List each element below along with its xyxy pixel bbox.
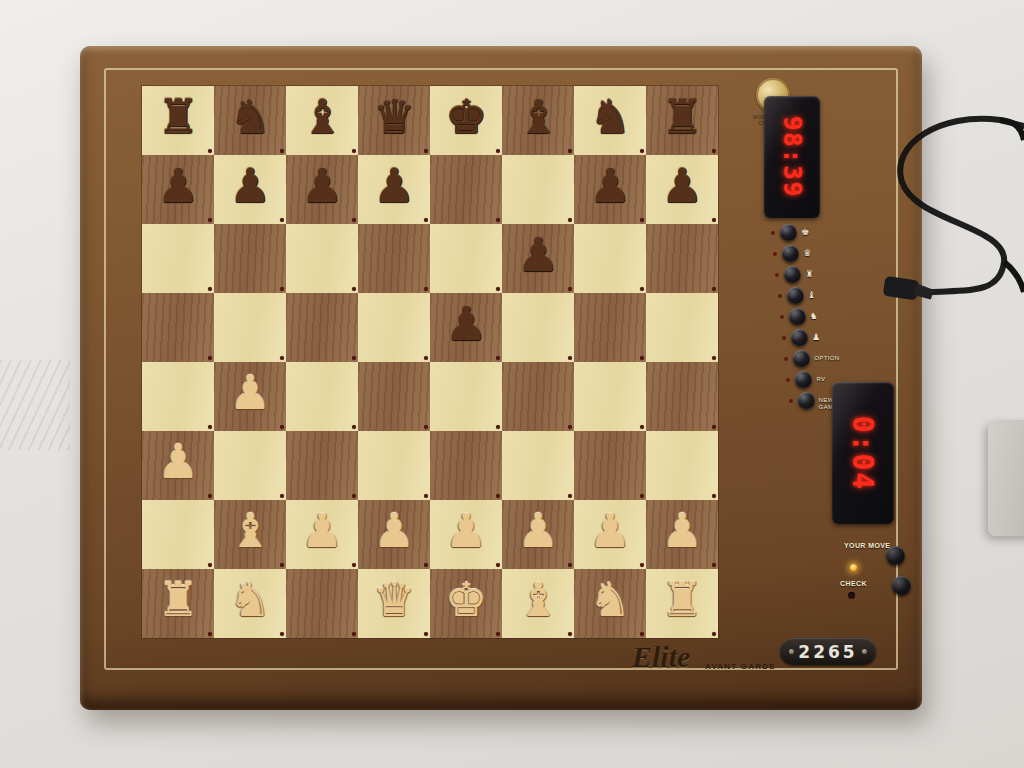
- black-piece-d8[interactable]: ♛: [373, 93, 415, 140]
- square-c8[interactable]: ♝: [286, 86, 358, 155]
- black-piece-b8[interactable]: ♞: [229, 93, 271, 140]
- square-b8[interactable]: ♞: [214, 86, 286, 155]
- square-d3[interactable]: [358, 431, 430, 500]
- square-d4[interactable]: [358, 362, 430, 431]
- square-g4[interactable]: [574, 362, 646, 431]
- button-led: [789, 399, 793, 403]
- square-b4[interactable]: ♟: [214, 362, 286, 431]
- square-g5[interactable]: [574, 293, 646, 362]
- square-f4[interactable]: [502, 362, 574, 431]
- square-f7[interactable]: [502, 155, 574, 224]
- square-e8[interactable]: ♚: [430, 86, 502, 155]
- black-piece-h8[interactable]: ♜: [661, 93, 703, 140]
- square-b1[interactable]: ♞: [214, 569, 286, 638]
- square-h7[interactable]: ♟: [646, 155, 718, 224]
- square-c5[interactable]: [286, 293, 358, 362]
- square-b6[interactable]: [214, 224, 286, 293]
- black-clock-digits: 98:39: [778, 116, 806, 198]
- button-led: [771, 231, 775, 235]
- white-piece-b4[interactable]: ♟: [229, 369, 271, 416]
- white-piece-h2[interactable]: ♟: [661, 507, 703, 554]
- square-d5[interactable]: [358, 293, 430, 362]
- square-b3[interactable]: [214, 431, 286, 500]
- square-e4[interactable]: [430, 362, 502, 431]
- panel-button-option[interactable]: [793, 350, 810, 367]
- square-a2[interactable]: [142, 500, 214, 569]
- white-piece-b1[interactable]: ♞: [229, 576, 271, 623]
- panel-button-label: ♞: [810, 313, 824, 320]
- model-number: 2265: [798, 642, 857, 662]
- panel-button-label: ♜: [805, 271, 819, 278]
- square-c4[interactable]: [286, 362, 358, 431]
- square-e5[interactable]: ♟: [430, 293, 502, 362]
- your-move-label: YOUR MOVE: [844, 542, 890, 550]
- square-h6[interactable]: [646, 224, 718, 293]
- square-g6[interactable]: [574, 224, 646, 293]
- square-d2[interactable]: ♟: [358, 500, 430, 569]
- white-piece-c2[interactable]: ♟: [301, 507, 343, 554]
- square-d8[interactable]: ♛: [358, 86, 430, 155]
- black-piece-d7[interactable]: ♟: [373, 162, 415, 209]
- square-f2[interactable]: ♟: [502, 500, 574, 569]
- white-piece-a3[interactable]: ♟: [157, 438, 199, 485]
- square-c2[interactable]: ♟: [286, 500, 358, 569]
- black-piece-e8[interactable]: ♚: [445, 93, 487, 140]
- box-on-table: [988, 420, 1024, 536]
- square-b7[interactable]: ♟: [214, 155, 286, 224]
- board: ♜♞♝♛♚♝♞♜♟♟♟♟♟♟♟♟♟♟♝♟♟♟♟♟♟♜♞♛♚♝♞♜: [142, 86, 718, 638]
- square-e7[interactable]: [430, 155, 502, 224]
- square-c7[interactable]: ♟: [286, 155, 358, 224]
- black-piece-f6[interactable]: ♟: [517, 231, 559, 278]
- model-badge: 2265: [780, 638, 876, 665]
- black-piece-b7[interactable]: ♟: [229, 162, 271, 209]
- elite-logo: Elite: [632, 640, 690, 674]
- panel-button-piece-2[interactable]: [784, 266, 801, 283]
- square-d7[interactable]: ♟: [358, 155, 430, 224]
- panel-button-rv[interactable]: [795, 371, 812, 388]
- square-c3[interactable]: [286, 431, 358, 500]
- white-piece-g2[interactable]: ♟: [589, 507, 631, 554]
- white-piece-a1[interactable]: ♜: [157, 576, 199, 623]
- square-f1[interactable]: ♝: [502, 569, 574, 638]
- avant-garde-label: AVANT GARDE: [705, 662, 776, 671]
- button-led: [782, 336, 786, 340]
- square-h3[interactable]: [646, 431, 718, 500]
- square-h8[interactable]: ♜: [646, 86, 718, 155]
- panel-button-label: ♝: [808, 292, 822, 299]
- square-g3[interactable]: [574, 431, 646, 500]
- panel-button-piece-1[interactable]: [782, 245, 799, 262]
- panel-button-label: ♚: [801, 229, 815, 236]
- black-piece-f8[interactable]: ♝: [517, 93, 559, 140]
- square-f5[interactable]: [502, 293, 574, 362]
- square-e2[interactable]: ♟: [430, 500, 502, 569]
- square-g8[interactable]: ♞: [574, 86, 646, 155]
- square-e1[interactable]: ♚: [430, 569, 502, 638]
- white-clock-display: 0:04: [832, 382, 894, 524]
- black-piece-g7[interactable]: ♟: [589, 162, 631, 209]
- panel-button-piece-3[interactable]: [787, 287, 804, 304]
- square-d6[interactable]: [358, 224, 430, 293]
- square-c1[interactable]: [286, 569, 358, 638]
- panel-button-label: OPTION: [814, 355, 854, 362]
- white-piece-d1[interactable]: ♛: [373, 576, 415, 623]
- square-a8[interactable]: ♜: [142, 86, 214, 155]
- black-piece-g8[interactable]: ♞: [589, 93, 631, 140]
- button-led: [773, 252, 777, 256]
- panel-button-piece-5[interactable]: [791, 329, 808, 346]
- square-a3[interactable]: ♟: [142, 431, 214, 500]
- black-piece-c7[interactable]: ♟: [301, 162, 343, 209]
- badge-screw-icon: [789, 649, 794, 654]
- square-a1[interactable]: ♜: [142, 569, 214, 638]
- square-a5[interactable]: [142, 293, 214, 362]
- panel-button-piece-0[interactable]: [780, 224, 797, 241]
- white-clock-digits: 0:04: [847, 415, 880, 490]
- square-a4[interactable]: [142, 362, 214, 431]
- panel-button-piece-4[interactable]: [789, 308, 806, 325]
- white-clock-button[interactable]: [886, 546, 905, 565]
- white-piece-e2[interactable]: ♟: [445, 507, 487, 554]
- square-b2[interactable]: ♝: [214, 500, 286, 569]
- black-piece-e5[interactable]: ♟: [445, 300, 487, 347]
- black-clock-display: 98:39: [764, 96, 820, 218]
- black-piece-h7[interactable]: ♟: [661, 162, 703, 209]
- white-piece-e1[interactable]: ♚: [445, 576, 487, 623]
- white-piece-f1[interactable]: ♝: [517, 576, 559, 623]
- panel-button-label: ♛: [803, 250, 817, 257]
- square-a7[interactable]: ♟: [142, 155, 214, 224]
- black-piece-a8[interactable]: ♜: [157, 93, 199, 140]
- your-move-led: [850, 564, 857, 571]
- white-piece-h1[interactable]: ♜: [661, 576, 703, 623]
- black-piece-c8[interactable]: ♝: [301, 93, 343, 140]
- panel-button-label: ♟: [812, 334, 826, 341]
- check-led: [848, 592, 855, 599]
- button-led: [780, 315, 784, 319]
- button-led: [786, 378, 790, 382]
- square-f3[interactable]: [502, 431, 574, 500]
- square-a6[interactable]: [142, 224, 214, 293]
- square-f6[interactable]: ♟: [502, 224, 574, 293]
- white-piece-d2[interactable]: ♟: [373, 507, 415, 554]
- square-g1[interactable]: ♞: [574, 569, 646, 638]
- square-e3[interactable]: [430, 431, 502, 500]
- white-piece-f2[interactable]: ♟: [517, 507, 559, 554]
- black-piece-a7[interactable]: ♟: [157, 162, 199, 209]
- square-g2[interactable]: ♟: [574, 500, 646, 569]
- square-d1[interactable]: ♛: [358, 569, 430, 638]
- square-b5[interactable]: [214, 293, 286, 362]
- button-led: [784, 357, 788, 361]
- square-e6[interactable]: [430, 224, 502, 293]
- square-g7[interactable]: ♟: [574, 155, 646, 224]
- square-f8[interactable]: ♝: [502, 86, 574, 155]
- square-c6[interactable]: [286, 224, 358, 293]
- white-piece-b2[interactable]: ♝: [229, 507, 271, 554]
- badge-screw-icon: [862, 649, 867, 654]
- button-led: [775, 273, 779, 277]
- table-wood-grain: [0, 360, 70, 450]
- chess-computer-frame: ♜♞♝♛♚♝♞♜♟♟♟♟♟♟♟♟♟♟♝♟♟♟♟♟♟♜♞♛♚♝♞♜ WORLD C…: [80, 46, 922, 710]
- square-h2[interactable]: ♟: [646, 500, 718, 569]
- black-clock-button[interactable]: [892, 576, 911, 595]
- white-piece-g1[interactable]: ♞: [589, 576, 631, 623]
- square-h1[interactable]: ♜: [646, 569, 718, 638]
- square-h5[interactable]: [646, 293, 718, 362]
- panel-button-new-game[interactable]: [798, 392, 815, 409]
- button-led: [778, 294, 782, 298]
- square-h4[interactable]: [646, 362, 718, 431]
- check-label: CHECK: [840, 580, 867, 588]
